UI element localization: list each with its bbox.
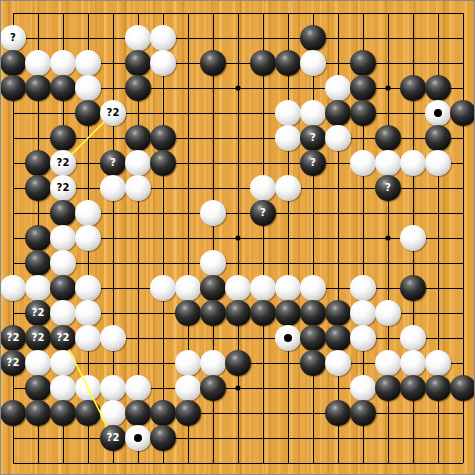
black-stone[interactable] [125, 125, 151, 151]
black-stone[interactable]: ?2 [0, 325, 26, 351]
white-stone[interactable] [125, 175, 151, 201]
white-stone[interactable] [100, 400, 126, 426]
white-stone[interactable] [375, 300, 401, 326]
black-stone[interactable]: ?2 [25, 325, 51, 351]
white-stone[interactable] [225, 275, 251, 301]
black-stone[interactable] [25, 400, 51, 426]
stone-label: ?2 [107, 433, 120, 443]
black-stone[interactable] [275, 50, 301, 76]
marked-stone-dot [134, 434, 142, 442]
black-stone[interactable] [125, 50, 151, 76]
white-stone[interactable] [275, 275, 301, 301]
black-stone[interactable] [25, 250, 51, 276]
white-stone[interactable] [50, 375, 76, 401]
black-stone[interactable] [125, 400, 151, 426]
white-stone[interactable]: ?2 [100, 100, 126, 126]
white-stone[interactable] [425, 150, 451, 176]
white-stone[interactable] [350, 325, 376, 351]
stone-label: ? [385, 183, 391, 193]
black-stone[interactable] [425, 75, 451, 101]
black-stone[interactable] [50, 400, 76, 426]
black-stone[interactable] [25, 75, 51, 101]
white-stone[interactable] [75, 75, 101, 101]
black-stone[interactable] [200, 50, 226, 76]
white-stone[interactable] [425, 100, 451, 126]
black-stone[interactable] [25, 375, 51, 401]
white-stone[interactable] [425, 350, 451, 376]
white-stone[interactable] [350, 300, 376, 326]
black-stone[interactable] [75, 400, 101, 426]
black-stone[interactable] [350, 100, 376, 126]
black-stone[interactable] [150, 400, 176, 426]
white-stone[interactable] [50, 250, 76, 276]
white-stone[interactable] [325, 125, 351, 151]
black-stone[interactable] [225, 300, 251, 326]
white-stone[interactable] [0, 275, 26, 301]
stone-label: ? [10, 33, 16, 43]
stone-label: ?2 [7, 333, 20, 343]
white-stone[interactable] [375, 150, 401, 176]
white-stone[interactable] [50, 300, 76, 326]
white-stone[interactable]: ?2 [50, 150, 76, 176]
white-stone[interactable] [200, 250, 226, 276]
white-stone[interactable] [50, 50, 76, 76]
white-stone[interactable] [175, 275, 201, 301]
black-stone[interactable] [125, 75, 151, 101]
white-stone[interactable] [275, 125, 301, 151]
black-stone[interactable] [225, 350, 251, 376]
marked-stone-dot [284, 334, 292, 342]
black-stone[interactable] [325, 325, 351, 351]
white-stone[interactable] [350, 150, 376, 176]
white-stone[interactable] [300, 50, 326, 76]
black-stone[interactable] [50, 75, 76, 101]
white-stone[interactable] [75, 300, 101, 326]
black-stone[interactable] [0, 75, 26, 101]
black-stone[interactable] [400, 275, 426, 301]
white-stone[interactable] [125, 425, 151, 451]
white-stone[interactable] [250, 175, 276, 201]
black-stone[interactable]: ? [250, 200, 276, 226]
white-stone[interactable] [125, 375, 151, 401]
white-stone[interactable] [200, 350, 226, 376]
stone-label: ?2 [57, 183, 70, 193]
stone-label: ?2 [57, 158, 70, 168]
black-stone[interactable] [350, 50, 376, 76]
white-stone[interactable] [400, 150, 426, 176]
white-stone[interactable] [150, 275, 176, 301]
white-stone[interactable] [275, 175, 301, 201]
white-stone[interactable] [300, 275, 326, 301]
white-stone[interactable] [75, 325, 101, 351]
black-stone[interactable] [150, 425, 176, 451]
black-stone[interactable] [425, 375, 451, 401]
black-stone[interactable]: ? [100, 150, 126, 176]
black-stone[interactable] [0, 400, 26, 426]
black-stone[interactable] [300, 25, 326, 51]
black-stone[interactable] [175, 300, 201, 326]
black-stone[interactable]: ?2 [25, 300, 51, 326]
white-stone[interactable] [150, 25, 176, 51]
white-stone[interactable] [175, 350, 201, 376]
black-stone[interactable]: ? [300, 150, 326, 176]
black-stone[interactable]: ? [375, 175, 401, 201]
white-stone[interactable] [25, 50, 51, 76]
white-stone[interactable] [75, 50, 101, 76]
white-stone[interactable] [375, 350, 401, 376]
white-stone[interactable] [150, 50, 176, 76]
white-stone[interactable]: ? [0, 25, 26, 51]
white-stone[interactable] [325, 350, 351, 376]
white-stone[interactable] [25, 350, 51, 376]
black-stone[interactable] [325, 100, 351, 126]
black-stone[interactable] [375, 375, 401, 401]
white-stone[interactable] [50, 225, 76, 251]
white-stone[interactable]: ?2 [50, 175, 76, 201]
stone-label: ?2 [107, 108, 120, 118]
black-stone[interactable] [350, 400, 376, 426]
white-stone[interactable] [25, 275, 51, 301]
black-stone[interactable] [150, 150, 176, 176]
black-stone[interactable] [375, 125, 401, 151]
stone-label: ? [260, 208, 266, 218]
stone-label: ?2 [57, 333, 70, 343]
white-stone[interactable] [100, 325, 126, 351]
black-stone[interactable] [350, 75, 376, 101]
white-stone[interactable] [250, 275, 276, 301]
black-stone[interactable] [250, 50, 276, 76]
black-stone[interactable]: ?2 [50, 325, 76, 351]
black-stone[interactable]: ? [300, 125, 326, 151]
white-stone[interactable] [125, 25, 151, 51]
black-stone[interactable] [325, 300, 351, 326]
white-stone[interactable] [350, 275, 376, 301]
black-stone[interactable] [300, 350, 326, 376]
white-stone[interactable] [325, 75, 351, 101]
black-stone[interactable] [50, 275, 76, 301]
stone-label: ?2 [32, 333, 45, 343]
white-stone[interactable] [400, 350, 426, 376]
black-stone[interactable] [175, 400, 201, 426]
white-stone[interactable] [100, 175, 126, 201]
black-stone[interactable] [450, 100, 475, 126]
black-stone[interactable] [0, 50, 26, 76]
black-stone[interactable] [300, 300, 326, 326]
white-stone[interactable] [50, 350, 76, 376]
black-stone[interactable] [275, 300, 301, 326]
white-stone[interactable] [275, 325, 301, 351]
black-stone[interactable] [200, 375, 226, 401]
black-stone[interactable] [200, 300, 226, 326]
black-stone[interactable] [75, 100, 101, 126]
stone-label: ? [310, 133, 316, 143]
black-stone[interactable] [50, 200, 76, 226]
black-stone[interactable] [300, 325, 326, 351]
black-stone[interactable] [25, 225, 51, 251]
white-stone[interactable] [400, 325, 426, 351]
white-stone[interactable] [275, 100, 301, 126]
black-stone[interactable] [425, 125, 451, 151]
stone-label: ?2 [32, 308, 45, 318]
black-stone[interactable] [250, 300, 276, 326]
white-stone[interactable] [200, 200, 226, 226]
white-stone[interactable] [300, 100, 326, 126]
stone-label: ? [110, 158, 116, 168]
stone-label: ? [310, 158, 316, 168]
marked-stone-dot [434, 109, 442, 117]
black-stone[interactable] [450, 375, 475, 401]
black-stone[interactable] [400, 375, 426, 401]
black-stone[interactable] [50, 125, 76, 151]
black-stone[interactable] [150, 125, 176, 151]
white-stone[interactable] [175, 375, 201, 401]
white-stone[interactable] [75, 225, 101, 251]
black-stone[interactable] [25, 175, 51, 201]
white-stone[interactable] [75, 200, 101, 226]
stone-label: ?2 [7, 358, 20, 368]
black-stone[interactable] [25, 150, 51, 176]
white-stone[interactable] [75, 275, 101, 301]
black-stone[interactable] [325, 400, 351, 426]
white-stone[interactable] [400, 225, 426, 251]
white-stone[interactable] [75, 375, 101, 401]
white-stone[interactable] [100, 375, 126, 401]
black-stone[interactable] [200, 275, 226, 301]
black-stone[interactable]: ?2 [100, 425, 126, 451]
black-stone[interactable]: ?2 [0, 350, 26, 376]
white-stone[interactable] [125, 150, 151, 176]
go-board[interactable]: ??2??2???2???2?2?2?2?2?2 [0, 0, 475, 475]
black-stone[interactable] [400, 75, 426, 101]
white-stone[interactable] [350, 375, 376, 401]
